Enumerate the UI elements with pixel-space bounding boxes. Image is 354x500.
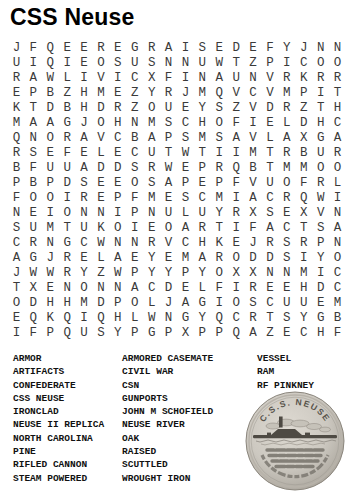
grid-cell-r16c8[interactable]: P bbox=[126, 266, 143, 281]
grid-cell-r14c18[interactable]: R bbox=[295, 236, 312, 251]
grid-cell-r17c12[interactable]: L bbox=[194, 281, 211, 296]
grid-cell-r13c3[interactable]: M bbox=[42, 221, 59, 236]
grid-cell-r15c11[interactable]: M bbox=[177, 251, 194, 266]
grid-cell-r16c13[interactable]: O bbox=[211, 266, 228, 281]
grid-cell-r19c12[interactable]: Y bbox=[194, 311, 211, 326]
grid-cell-r5c10[interactable]: U bbox=[160, 101, 177, 116]
grid-cell-r4c14[interactable]: V bbox=[228, 86, 245, 101]
grid-cell-r1c12[interactable]: S bbox=[194, 41, 211, 56]
grid-cell-r2c5[interactable]: E bbox=[76, 56, 93, 71]
grid-cell-r15c6[interactable]: L bbox=[92, 251, 109, 266]
grid-cell-r6c17[interactable]: L bbox=[278, 116, 295, 131]
grid-cell-r16c9[interactable]: Y bbox=[143, 266, 160, 281]
grid-cell-r3c13[interactable]: A bbox=[211, 71, 228, 86]
grid-cell-r8c12[interactable]: T bbox=[194, 146, 211, 161]
grid-cell-r19c7[interactable]: H bbox=[109, 311, 126, 326]
grid-cell-r5c11[interactable]: E bbox=[177, 101, 194, 116]
grid-cell-r19c8[interactable]: L bbox=[126, 311, 143, 326]
grid-cell-r14c11[interactable]: C bbox=[177, 236, 194, 251]
grid-cell-r13c8[interactable]: I bbox=[126, 221, 143, 236]
grid-cell-r18c14[interactable]: O bbox=[228, 296, 245, 311]
grid-cell-r15c2[interactable]: G bbox=[25, 251, 42, 266]
grid-cell-r17c13[interactable]: F bbox=[211, 281, 228, 296]
grid-cell-r10c8[interactable]: O bbox=[126, 176, 143, 191]
grid-cell-r15c13[interactable]: R bbox=[211, 251, 228, 266]
grid-cell-r20c20[interactable]: F bbox=[329, 326, 346, 341]
grid-cell-r9c5[interactable]: A bbox=[76, 161, 93, 176]
grid-cell-r7c2[interactable]: N bbox=[25, 131, 42, 146]
grid-cell-r5c15[interactable]: V bbox=[245, 101, 262, 116]
grid-cell-r20c17[interactable]: E bbox=[278, 326, 295, 341]
grid-cell-r9c11[interactable]: E bbox=[177, 161, 194, 176]
grid-cell-r1c10[interactable]: A bbox=[160, 41, 177, 56]
grid-cell-r13c6[interactable]: K bbox=[92, 221, 109, 236]
grid-cell-r18c18[interactable]: U bbox=[295, 296, 312, 311]
grid-cell-r10c4[interactable]: D bbox=[59, 176, 76, 191]
grid-cell-r16c10[interactable]: Y bbox=[160, 266, 177, 281]
grid-cell-r3c6[interactable]: V bbox=[92, 71, 109, 86]
grid-cell-r6c19[interactable]: H bbox=[312, 116, 329, 131]
grid-cell-r17c17[interactable]: E bbox=[278, 281, 295, 296]
grid-cell-r4c5[interactable]: H bbox=[76, 86, 93, 101]
grid-cell-r1c16[interactable]: F bbox=[261, 41, 278, 56]
grid-cell-r12c15[interactable]: X bbox=[245, 206, 262, 221]
grid-cell-r8c8[interactable]: C bbox=[126, 146, 143, 161]
grid-cell-r15c18[interactable]: I bbox=[295, 251, 312, 266]
grid-cell-r15c15[interactable]: D bbox=[245, 251, 262, 266]
grid-cell-r13c10[interactable]: O bbox=[160, 221, 177, 236]
grid-cell-r16c5[interactable]: Y bbox=[76, 266, 93, 281]
grid-cell-r11c20[interactable]: I bbox=[329, 191, 346, 206]
grid-cell-r7c7[interactable]: C bbox=[109, 131, 126, 146]
grid-cell-r14c14[interactable]: E bbox=[228, 236, 245, 251]
grid-cell-r19c3[interactable]: K bbox=[42, 311, 59, 326]
grid-cell-r10c11[interactable]: P bbox=[177, 176, 194, 191]
grid-cell-r4c4[interactable]: Z bbox=[59, 86, 76, 101]
grid-cell-r18c12[interactable]: G bbox=[194, 296, 211, 311]
grid-cell-r5c6[interactable]: D bbox=[92, 101, 109, 116]
grid-cell-r5c17[interactable]: R bbox=[278, 101, 295, 116]
grid-cell-r12c6[interactable]: N bbox=[92, 206, 109, 221]
grid-cell-r17c5[interactable]: O bbox=[76, 281, 93, 296]
grid-cell-r18c8[interactable]: O bbox=[126, 296, 143, 311]
grid-cell-r5c9[interactable]: O bbox=[143, 101, 160, 116]
grid-cell-r3c9[interactable]: X bbox=[143, 71, 160, 86]
grid-cell-r18c13[interactable]: I bbox=[211, 296, 228, 311]
grid-cell-r8c1[interactable]: R bbox=[8, 146, 25, 161]
grid-cell-r4c20[interactable]: T bbox=[329, 86, 346, 101]
grid-cell-r1c3[interactable]: Q bbox=[42, 41, 59, 56]
grid-cell-r4c3[interactable]: B bbox=[42, 86, 59, 101]
grid-cell-r16c16[interactable]: N bbox=[261, 266, 278, 281]
grid-cell-r9c18[interactable]: M bbox=[295, 161, 312, 176]
grid-cell-r13c17[interactable]: C bbox=[278, 221, 295, 236]
grid-cell-r3c18[interactable]: K bbox=[295, 71, 312, 86]
grid-cell-r3c16[interactable]: V bbox=[261, 71, 278, 86]
grid-cell-r7c17[interactable]: A bbox=[278, 131, 295, 146]
grid-cell-r16c11[interactable]: P bbox=[177, 266, 194, 281]
grid-cell-r8c10[interactable]: T bbox=[160, 146, 177, 161]
grid-cell-r7c1[interactable]: Q bbox=[8, 131, 25, 146]
grid-cell-r10c19[interactable]: R bbox=[312, 176, 329, 191]
grid-cell-r13c4[interactable]: T bbox=[59, 221, 76, 236]
grid-cell-r8c2[interactable]: S bbox=[25, 146, 42, 161]
grid-cell-r10c3[interactable]: P bbox=[42, 176, 59, 191]
grid-cell-r18c2[interactable]: D bbox=[25, 296, 42, 311]
grid-cell-r12c19[interactable]: V bbox=[312, 206, 329, 221]
grid-cell-r3c17[interactable]: R bbox=[278, 71, 295, 86]
grid-cell-r11c4[interactable]: I bbox=[59, 191, 76, 206]
grid-cell-r6c15[interactable]: I bbox=[245, 116, 262, 131]
grid-cell-r1c19[interactable]: N bbox=[312, 41, 329, 56]
grid-cell-r16c2[interactable]: W bbox=[25, 266, 42, 281]
grid-cell-r10c5[interactable]: S bbox=[76, 176, 93, 191]
grid-cell-r1c13[interactable]: E bbox=[211, 41, 228, 56]
grid-cell-r8c6[interactable]: L bbox=[92, 146, 109, 161]
grid-cell-r14c1[interactable]: C bbox=[8, 236, 25, 251]
grid-cell-r9c3[interactable]: U bbox=[42, 161, 59, 176]
grid-cell-r20c16[interactable]: Z bbox=[261, 326, 278, 341]
grid-cell-r6c4[interactable]: G bbox=[59, 116, 76, 131]
grid-cell-r16c1[interactable]: J bbox=[8, 266, 25, 281]
grid-cell-r5c16[interactable]: D bbox=[261, 101, 278, 116]
grid-cell-r9c4[interactable]: U bbox=[59, 161, 76, 176]
grid-cell-r16c12[interactable]: Y bbox=[194, 266, 211, 281]
grid-cell-r15c12[interactable]: A bbox=[194, 251, 211, 266]
grid-cell-r3c7[interactable]: I bbox=[109, 71, 126, 86]
grid-cell-r9c9[interactable]: R bbox=[143, 161, 160, 176]
grid-cell-r13c19[interactable]: S bbox=[312, 221, 329, 236]
grid-cell-r15c9[interactable]: Y bbox=[143, 251, 160, 266]
grid-cell-r14c2[interactable]: R bbox=[25, 236, 42, 251]
grid-cell-r7c10[interactable]: P bbox=[160, 131, 177, 146]
grid-cell-r18c4[interactable]: H bbox=[59, 296, 76, 311]
grid-cell-r11c12[interactable]: C bbox=[194, 191, 211, 206]
grid-cell-r14c10[interactable]: V bbox=[160, 236, 177, 251]
grid-cell-r10c20[interactable]: L bbox=[329, 176, 346, 191]
grid-cell-r10c18[interactable]: F bbox=[295, 176, 312, 191]
grid-cell-r17c20[interactable]: C bbox=[329, 281, 346, 296]
grid-cell-r13c12[interactable]: R bbox=[194, 221, 211, 236]
grid-cell-r13c14[interactable]: I bbox=[228, 221, 245, 236]
grid-cell-r11c9[interactable]: M bbox=[143, 191, 160, 206]
grid-cell-r12c2[interactable]: E bbox=[25, 206, 42, 221]
grid-cell-r9c17[interactable]: M bbox=[278, 161, 295, 176]
grid-cell-r5c12[interactable]: Y bbox=[194, 101, 211, 116]
grid-cell-r19c17[interactable]: S bbox=[278, 311, 295, 326]
grid-cell-r4c18[interactable]: P bbox=[295, 86, 312, 101]
grid-cell-r7c12[interactable]: M bbox=[194, 131, 211, 146]
grid-cell-r3c14[interactable]: U bbox=[228, 71, 245, 86]
grid-cell-r3c8[interactable]: C bbox=[126, 71, 143, 86]
grid-cell-r9c14[interactable]: Q bbox=[228, 161, 245, 176]
grid-cell-r19c19[interactable]: G bbox=[312, 311, 329, 326]
grid-cell-r6c20[interactable]: C bbox=[329, 116, 346, 131]
grid-cell-r13c7[interactable]: O bbox=[109, 221, 126, 236]
grid-cell-r9c10[interactable]: W bbox=[160, 161, 177, 176]
grid-cell-r12c18[interactable]: X bbox=[295, 206, 312, 221]
grid-cell-r13c9[interactable]: E bbox=[143, 221, 160, 236]
grid-cell-r1c2[interactable]: F bbox=[25, 41, 42, 56]
grid-cell-r11c1[interactable]: F bbox=[8, 191, 25, 206]
grid-cell-r12c7[interactable]: I bbox=[109, 206, 126, 221]
grid-cell-r19c20[interactable]: B bbox=[329, 311, 346, 326]
grid-cell-r15c5[interactable]: E bbox=[76, 251, 93, 266]
grid-cell-r11c2[interactable]: O bbox=[25, 191, 42, 206]
grid-cell-r20c15[interactable]: A bbox=[245, 326, 262, 341]
grid-cell-r17c16[interactable]: E bbox=[261, 281, 278, 296]
grid-cell-r9c16[interactable]: T bbox=[261, 161, 278, 176]
grid-cell-r17c18[interactable]: H bbox=[295, 281, 312, 296]
grid-cell-r6c7[interactable]: H bbox=[109, 116, 126, 131]
grid-cell-r5c7[interactable]: R bbox=[109, 101, 126, 116]
grid-cell-r10c7[interactable]: E bbox=[109, 176, 126, 191]
grid-cell-r10c10[interactable]: A bbox=[160, 176, 177, 191]
grid-cell-r14c7[interactable]: N bbox=[109, 236, 126, 251]
grid-cell-r17c9[interactable]: C bbox=[143, 281, 160, 296]
grid-cell-r7c9[interactable]: A bbox=[143, 131, 160, 146]
grid-cell-r10c2[interactable]: B bbox=[25, 176, 42, 191]
grid-cell-r4c13[interactable]: Q bbox=[211, 86, 228, 101]
grid-cell-r9c6[interactable]: D bbox=[92, 161, 109, 176]
grid-cell-r15c1[interactable]: A bbox=[8, 251, 25, 266]
grid-cell-r14c3[interactable]: N bbox=[42, 236, 59, 251]
grid-cell-r17c7[interactable]: N bbox=[109, 281, 126, 296]
grid-cell-r3c1[interactable]: R bbox=[8, 71, 25, 86]
grid-cell-r11c3[interactable]: O bbox=[42, 191, 59, 206]
grid-cell-r10c6[interactable]: E bbox=[92, 176, 109, 191]
grid-cell-r7c20[interactable]: A bbox=[329, 131, 346, 146]
grid-cell-r11c11[interactable]: S bbox=[177, 191, 194, 206]
grid-cell-r8c19[interactable]: U bbox=[312, 146, 329, 161]
grid-cell-r17c6[interactable]: N bbox=[92, 281, 109, 296]
grid-cell-r19c6[interactable]: Q bbox=[92, 311, 109, 326]
grid-cell-r5c13[interactable]: S bbox=[211, 101, 228, 116]
grid-cell-r19c14[interactable]: C bbox=[228, 311, 245, 326]
grid-cell-r17c11[interactable]: E bbox=[177, 281, 194, 296]
grid-cell-r9c15[interactable]: B bbox=[245, 161, 262, 176]
grid-cell-r11c7[interactable]: P bbox=[109, 191, 126, 206]
grid-cell-r14c17[interactable]: S bbox=[278, 236, 295, 251]
grid-cell-r8c14[interactable]: I bbox=[228, 146, 245, 161]
grid-cell-r1c1[interactable]: J bbox=[8, 41, 25, 56]
grid-cell-r2c4[interactable]: I bbox=[59, 56, 76, 71]
grid-cell-r4c15[interactable]: C bbox=[245, 86, 262, 101]
grid-cell-r11c13[interactable]: M bbox=[211, 191, 228, 206]
grid-cell-r4c17[interactable]: M bbox=[278, 86, 295, 101]
grid-cell-r18c15[interactable]: S bbox=[245, 296, 262, 311]
grid-cell-r8c15[interactable]: M bbox=[245, 146, 262, 161]
grid-cell-r17c1[interactable]: T bbox=[8, 281, 25, 296]
grid-cell-r10c13[interactable]: P bbox=[211, 176, 228, 191]
grid-cell-r1c5[interactable]: E bbox=[76, 41, 93, 56]
grid-cell-r11c8[interactable]: F bbox=[126, 191, 143, 206]
grid-cell-r2c10[interactable]: N bbox=[160, 56, 177, 71]
grid-cell-r11c5[interactable]: R bbox=[76, 191, 93, 206]
grid-cell-r9c12[interactable]: P bbox=[194, 161, 211, 176]
grid-cell-r16c19[interactable]: I bbox=[312, 266, 329, 281]
grid-cell-r13c2[interactable]: U bbox=[25, 221, 42, 236]
grid-cell-r20c14[interactable]: Q bbox=[228, 326, 245, 341]
grid-cell-r15c20[interactable]: O bbox=[329, 251, 346, 266]
grid-cell-r11c16[interactable]: C bbox=[261, 191, 278, 206]
grid-cell-r8c16[interactable]: T bbox=[261, 146, 278, 161]
grid-cell-r12c16[interactable]: S bbox=[261, 206, 278, 221]
grid-cell-r16c7[interactable]: W bbox=[109, 266, 126, 281]
grid-cell-r12c5[interactable]: N bbox=[76, 206, 93, 221]
grid-cell-r2c16[interactable]: P bbox=[261, 56, 278, 71]
grid-cell-r17c2[interactable]: X bbox=[25, 281, 42, 296]
grid-cell-r14c19[interactable]: P bbox=[312, 236, 329, 251]
grid-cell-r20c19[interactable]: H bbox=[312, 326, 329, 341]
grid-cell-r7c5[interactable]: A bbox=[76, 131, 93, 146]
grid-cell-r7c8[interactable]: B bbox=[126, 131, 143, 146]
grid-cell-r14c13[interactable]: K bbox=[211, 236, 228, 251]
grid-cell-r10c16[interactable]: U bbox=[261, 176, 278, 191]
grid-cell-r6c14[interactable]: F bbox=[228, 116, 245, 131]
grid-cell-r15c4[interactable]: R bbox=[59, 251, 76, 266]
grid-cell-r4c11[interactable]: J bbox=[177, 86, 194, 101]
grid-cell-r15c8[interactable]: E bbox=[126, 251, 143, 266]
grid-cell-r6c5[interactable]: J bbox=[76, 116, 93, 131]
grid-cell-r2c19[interactable]: O bbox=[312, 56, 329, 71]
grid-cell-r2c9[interactable]: S bbox=[143, 56, 160, 71]
grid-cell-r16c4[interactable]: R bbox=[59, 266, 76, 281]
grid-cell-r2c3[interactable]: Q bbox=[42, 56, 59, 71]
grid-cell-r11c10[interactable]: E bbox=[160, 191, 177, 206]
grid-cell-r6c18[interactable]: D bbox=[295, 116, 312, 131]
grid-cell-r12c1[interactable]: N bbox=[8, 206, 25, 221]
grid-cell-r18c1[interactable]: O bbox=[8, 296, 25, 311]
grid-cell-r15c16[interactable]: D bbox=[261, 251, 278, 266]
grid-cell-r17c8[interactable]: A bbox=[126, 281, 143, 296]
grid-cell-r8c17[interactable]: R bbox=[278, 146, 295, 161]
grid-cell-r18c19[interactable]: E bbox=[312, 296, 329, 311]
grid-cell-r16c17[interactable]: N bbox=[278, 266, 295, 281]
grid-cell-r8c4[interactable]: F bbox=[59, 146, 76, 161]
grid-cell-r18c3[interactable]: H bbox=[42, 296, 59, 311]
grid-cell-r8c9[interactable]: U bbox=[143, 146, 160, 161]
grid-cell-r18c10[interactable]: J bbox=[160, 296, 177, 311]
grid-cell-r6c3[interactable]: A bbox=[42, 116, 59, 131]
grid-cell-r11c14[interactable]: I bbox=[228, 191, 245, 206]
grid-cell-r16c3[interactable]: W bbox=[42, 266, 59, 281]
grid-cell-r2c17[interactable]: I bbox=[278, 56, 295, 71]
grid-cell-r2c20[interactable]: O bbox=[329, 56, 346, 71]
grid-cell-r1c7[interactable]: E bbox=[109, 41, 126, 56]
grid-cell-r2c12[interactable]: U bbox=[194, 56, 211, 71]
grid-cell-r7c14[interactable]: A bbox=[228, 131, 245, 146]
grid-cell-r19c11[interactable]: G bbox=[177, 311, 194, 326]
grid-cell-r5c19[interactable]: T bbox=[312, 101, 329, 116]
grid-cell-r16c20[interactable]: C bbox=[329, 266, 346, 281]
grid-cell-r10c9[interactable]: S bbox=[143, 176, 160, 191]
grid-cell-r3c11[interactable]: I bbox=[177, 71, 194, 86]
grid-cell-r1c18[interactable]: J bbox=[295, 41, 312, 56]
grid-cell-r11c17[interactable]: R bbox=[278, 191, 295, 206]
grid-cell-r8c18[interactable]: B bbox=[295, 146, 312, 161]
grid-cell-r14c5[interactable]: C bbox=[76, 236, 93, 251]
grid-cell-r8c7[interactable]: E bbox=[109, 146, 126, 161]
grid-cell-r6c12[interactable]: H bbox=[194, 116, 211, 131]
grid-cell-r12c10[interactable]: U bbox=[160, 206, 177, 221]
grid-cell-r13c15[interactable]: F bbox=[245, 221, 262, 236]
grid-cell-r13c13[interactable]: T bbox=[211, 221, 228, 236]
grid-cell-r5c8[interactable]: Z bbox=[126, 101, 143, 116]
grid-cell-r2c1[interactable]: U bbox=[8, 56, 25, 71]
grid-cell-r12c20[interactable]: N bbox=[329, 206, 346, 221]
grid-cell-r2c6[interactable]: O bbox=[92, 56, 109, 71]
grid-cell-r14c4[interactable]: G bbox=[59, 236, 76, 251]
grid-cell-r8c13[interactable]: I bbox=[211, 146, 228, 161]
grid-cell-r12c11[interactable]: L bbox=[177, 206, 194, 221]
grid-cell-r10c1[interactable]: P bbox=[8, 176, 25, 191]
grid-cell-r12c14[interactable]: R bbox=[228, 206, 245, 221]
grid-cell-r19c16[interactable]: T bbox=[261, 311, 278, 326]
grid-cell-r6c10[interactable]: S bbox=[160, 116, 177, 131]
grid-cell-r5c20[interactable]: H bbox=[329, 101, 346, 116]
grid-cell-r1c11[interactable]: I bbox=[177, 41, 194, 56]
grid-cell-r12c9[interactable]: N bbox=[143, 206, 160, 221]
grid-cell-r4c8[interactable]: Z bbox=[126, 86, 143, 101]
grid-cell-r19c4[interactable]: Q bbox=[59, 311, 76, 326]
grid-cell-r17c14[interactable]: I bbox=[228, 281, 245, 296]
grid-cell-r2c14[interactable]: T bbox=[228, 56, 245, 71]
grid-cell-r2c13[interactable]: W bbox=[211, 56, 228, 71]
grid-cell-r13c18[interactable]: T bbox=[295, 221, 312, 236]
grid-cell-r7c19[interactable]: G bbox=[312, 131, 329, 146]
grid-cell-r14c20[interactable]: N bbox=[329, 236, 346, 251]
grid-cell-r3c20[interactable]: R bbox=[329, 71, 346, 86]
grid-cell-r1c8[interactable]: G bbox=[126, 41, 143, 56]
grid-cell-r16c15[interactable]: X bbox=[245, 266, 262, 281]
grid-cell-r1c15[interactable]: E bbox=[245, 41, 262, 56]
grid-cell-r5c18[interactable]: Z bbox=[295, 101, 312, 116]
grid-cell-r19c18[interactable]: Y bbox=[295, 311, 312, 326]
grid-cell-r2c18[interactable]: C bbox=[295, 56, 312, 71]
grid-cell-r14c15[interactable]: J bbox=[245, 236, 262, 251]
grid-cell-r18c20[interactable]: M bbox=[329, 296, 346, 311]
grid-cell-r6c13[interactable]: O bbox=[211, 116, 228, 131]
grid-cell-r3c5[interactable]: I bbox=[76, 71, 93, 86]
grid-cell-r4c6[interactable]: M bbox=[92, 86, 109, 101]
grid-cell-r19c15[interactable]: R bbox=[245, 311, 262, 326]
grid-cell-r9c7[interactable]: D bbox=[109, 161, 126, 176]
grid-cell-r4c9[interactable]: Y bbox=[143, 86, 160, 101]
grid-cell-r2c11[interactable]: N bbox=[177, 56, 194, 71]
grid-cell-r10c14[interactable]: F bbox=[228, 176, 245, 191]
grid-cell-r13c16[interactable]: A bbox=[261, 221, 278, 236]
grid-cell-r2c15[interactable]: Z bbox=[245, 56, 262, 71]
grid-cell-r6c11[interactable]: C bbox=[177, 116, 194, 131]
grid-cell-r3c4[interactable]: L bbox=[59, 71, 76, 86]
grid-cell-r1c9[interactable]: R bbox=[143, 41, 160, 56]
grid-cell-r4c16[interactable]: V bbox=[261, 86, 278, 101]
grid-cell-r20c5[interactable]: U bbox=[76, 326, 93, 341]
grid-cell-r9c1[interactable]: B bbox=[8, 161, 25, 176]
grid-cell-r19c2[interactable]: Q bbox=[25, 311, 42, 326]
grid-cell-r4c12[interactable]: M bbox=[194, 86, 211, 101]
grid-cell-r9c19[interactable]: O bbox=[312, 161, 329, 176]
grid-cell-r14c16[interactable]: R bbox=[261, 236, 278, 251]
grid-cell-r5c2[interactable]: T bbox=[25, 101, 42, 116]
grid-cell-r14c12[interactable]: H bbox=[194, 236, 211, 251]
grid-cell-r10c15[interactable]: V bbox=[245, 176, 262, 191]
grid-cell-r5c14[interactable]: Z bbox=[228, 101, 245, 116]
grid-cell-r20c6[interactable]: S bbox=[92, 326, 109, 341]
grid-cell-r6c16[interactable]: E bbox=[261, 116, 278, 131]
grid-cell-r20c7[interactable]: Y bbox=[109, 326, 126, 341]
